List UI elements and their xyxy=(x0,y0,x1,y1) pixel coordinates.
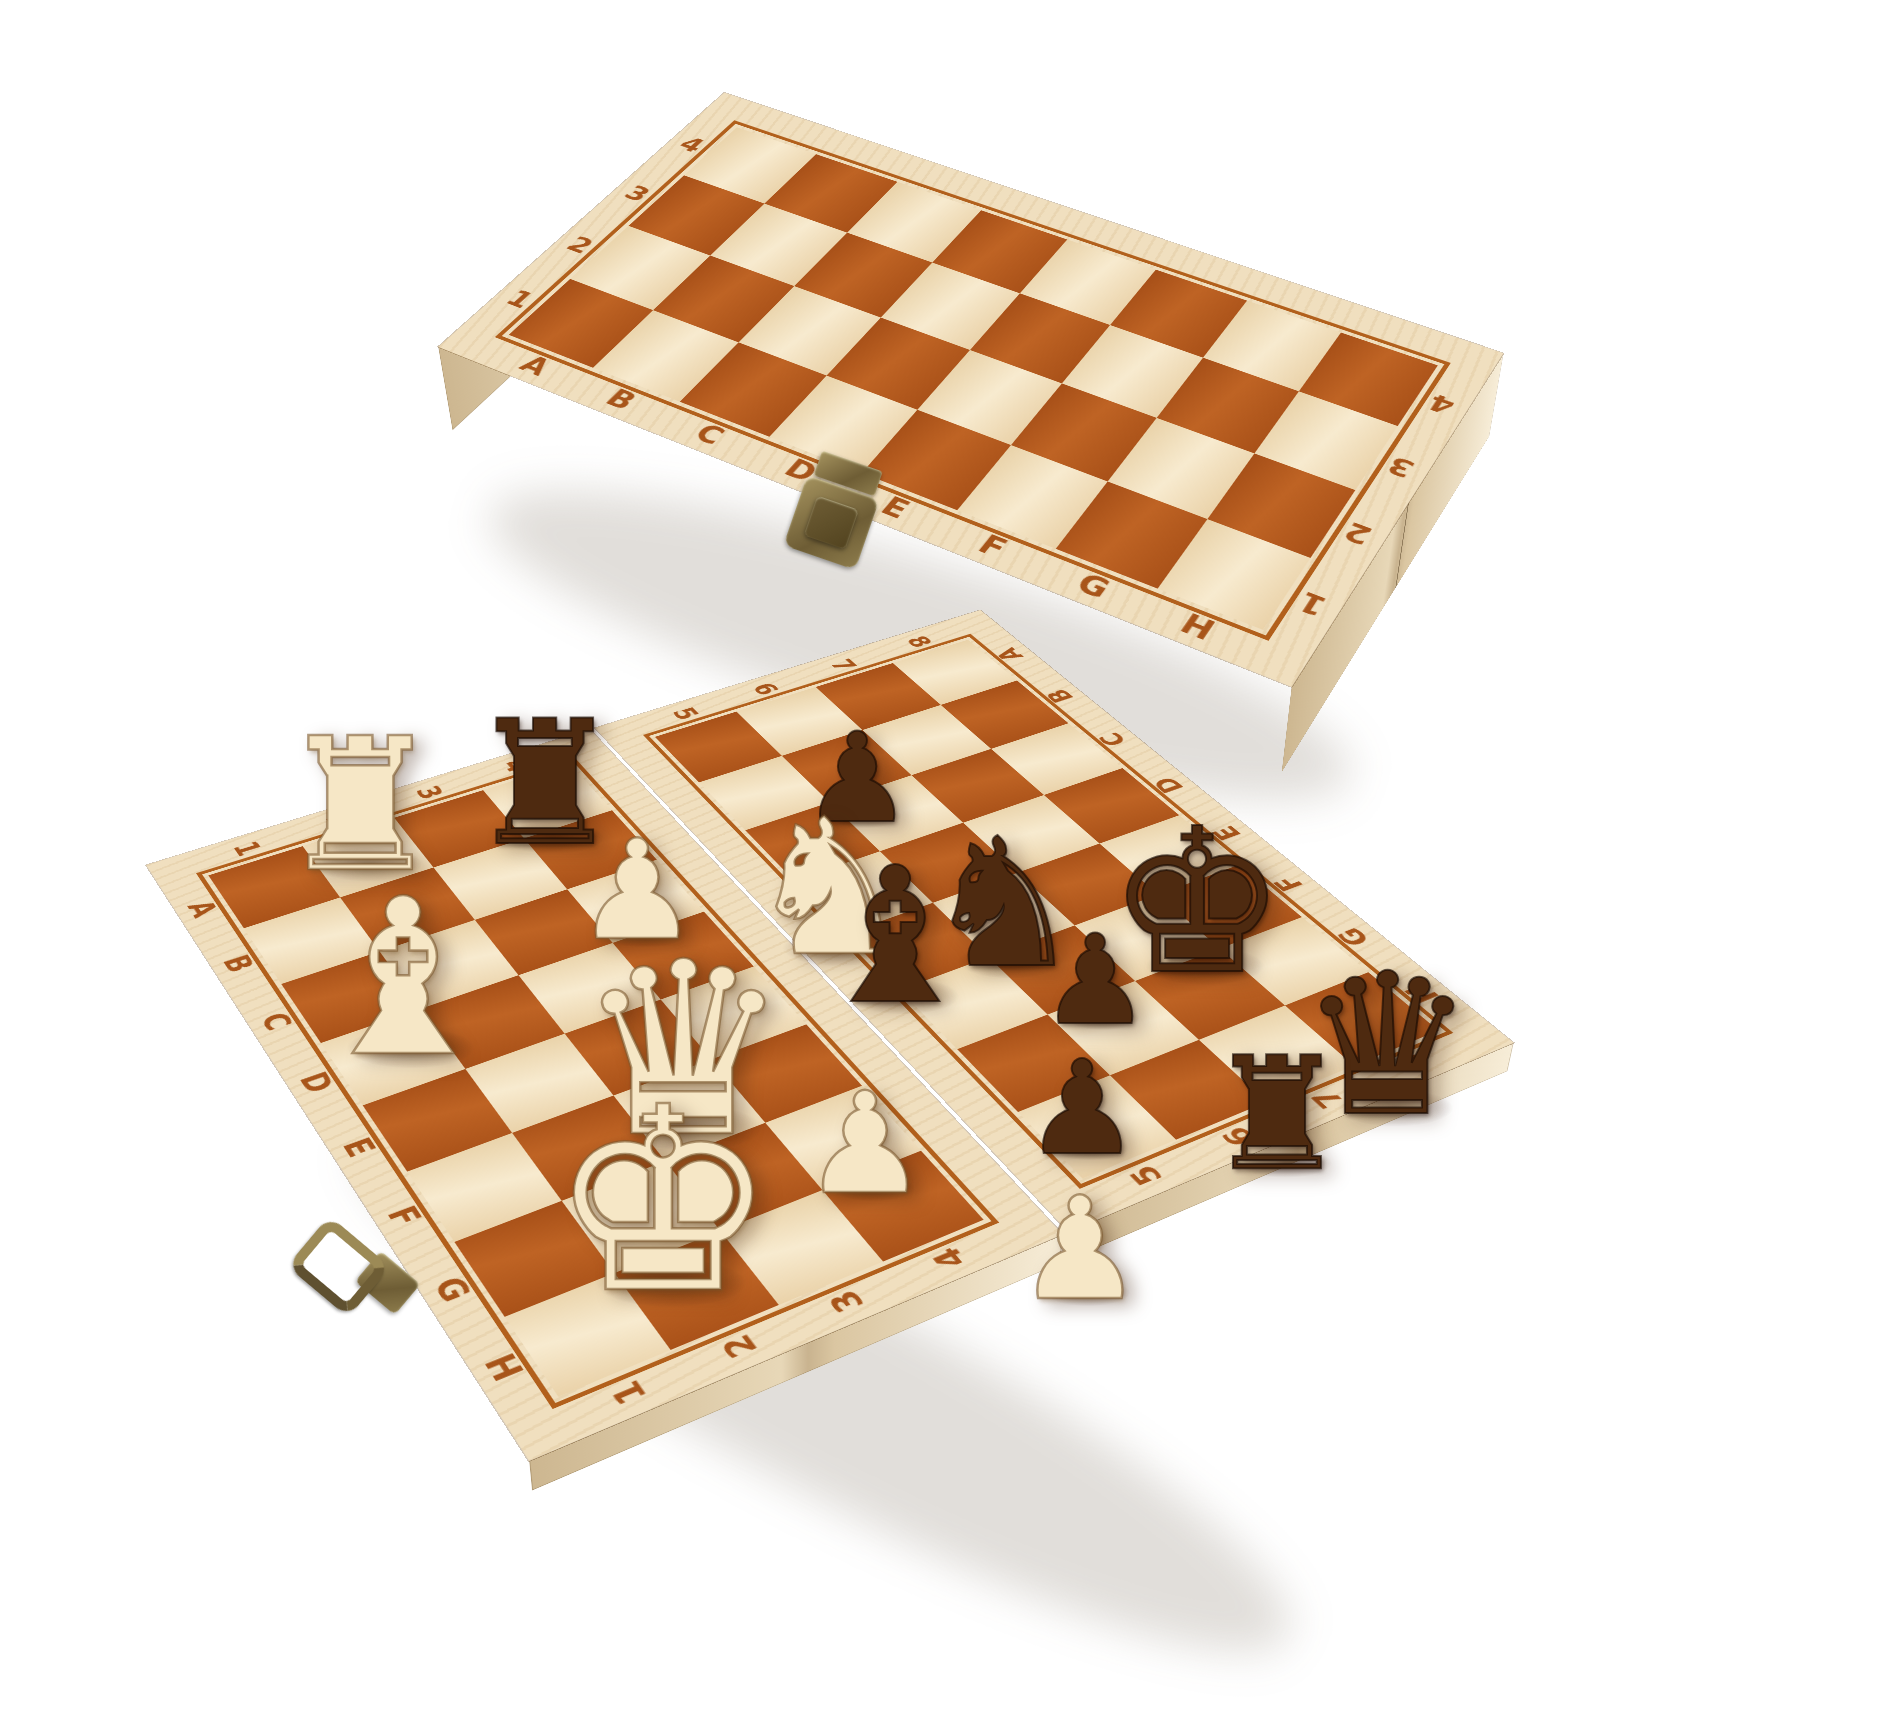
board-near-file-label-A: A xyxy=(183,897,223,920)
lid-file-label-C: C xyxy=(690,420,730,448)
piece-white-king-f1[interactable]: ♚ xyxy=(549,1073,778,1328)
board-far-file-label-A: A xyxy=(992,646,1028,663)
lid-rank-label-right-3: 3 xyxy=(1383,452,1419,481)
board-near-file-label-B: B xyxy=(218,952,259,976)
lid-rank-label-left-2: 2 xyxy=(562,233,598,256)
board-far-file-label-C: C xyxy=(1095,730,1132,749)
piece-white-bishop-c1[interactable]: ♝ xyxy=(306,871,500,1087)
board-rank-label-right-1: 1 xyxy=(604,1376,653,1409)
lid-rank-label-right-2: 2 xyxy=(1340,518,1377,548)
board-rank-label-left-5: 5 xyxy=(668,705,703,722)
board-rank-label-right-4: 4 xyxy=(926,1243,972,1273)
lid-file-label-G: G xyxy=(1072,569,1116,602)
board-near-file-label-F: F xyxy=(382,1202,427,1230)
board-far-file-label-B: B xyxy=(1042,687,1078,705)
lid-file-label-A: A xyxy=(515,352,556,379)
piece-black-bishop-e4[interactable]: ♝ xyxy=(811,842,980,1030)
board-near-file-label-E: E xyxy=(338,1134,381,1161)
piece-white-pawn-f3[interactable]: ♟ xyxy=(802,1074,928,1214)
board-near-file-label-H: H xyxy=(479,1349,529,1385)
lid-file-label-H: H xyxy=(1176,610,1220,645)
board-rank-label-left-6: 6 xyxy=(748,681,783,698)
lid-file-label-E: E xyxy=(876,493,915,522)
product-photo-wooden-chess-set: { "game": "chess", "scene": "Wooden fold… xyxy=(0,0,1890,1718)
lid-rank-label-right-1: 1 xyxy=(1293,587,1331,619)
piece-black-pawn-f5[interactable]: ♟ xyxy=(1039,918,1150,1042)
lid-file-label-B: B xyxy=(601,385,642,413)
lid-rank-label-left-3: 3 xyxy=(620,182,655,204)
piece-white-pawn-h3[interactable]: ♟ xyxy=(1016,1178,1143,1320)
piece-black-pawn-g4[interactable]: ♟ xyxy=(1024,1043,1141,1173)
board-near-file-label-G: G xyxy=(428,1273,476,1307)
board-rank-label-left-7: 7 xyxy=(826,657,860,674)
lid-rank-label-left-1: 1 xyxy=(501,287,539,312)
lid-file-label-F: F xyxy=(973,531,1012,561)
board-rank-label-left-1: 1 xyxy=(229,839,267,859)
board-rank-label-right-3: 3 xyxy=(823,1286,870,1317)
near-half-front-edge xyxy=(146,865,151,893)
board-near-file-label-C: C xyxy=(256,1009,297,1034)
lid-rank-label-left-4: 4 xyxy=(675,134,709,155)
board-rank-label-left-8: 8 xyxy=(902,634,936,650)
piece-black-rook-h5[interactable]: ♜ xyxy=(1207,1036,1347,1192)
lid-rank-label-right-4: 4 xyxy=(1425,390,1460,417)
